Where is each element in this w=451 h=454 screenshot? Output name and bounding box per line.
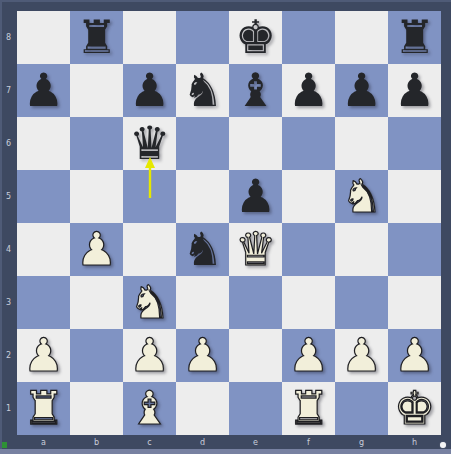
- square-b6[interactable]: [70, 117, 123, 170]
- piece-black-pawn[interactable]: ♟: [17, 64, 70, 117]
- status-indicator-green: [2, 442, 7, 448]
- file-label-f: f: [282, 436, 335, 448]
- square-e8[interactable]: ♚: [229, 11, 282, 64]
- piece-white-pawn[interactable]: ♟: [388, 329, 441, 382]
- board-frame: ♜♚♜♟♟♞♝♟♟♟♛♟♞♟♞♛♞♟♟♟♟♟♟♜♝♜♚ 87654321 abc…: [0, 0, 451, 454]
- rank-label-7: 7: [0, 64, 17, 117]
- square-c1[interactable]: ♝: [123, 382, 176, 435]
- square-c2[interactable]: ♟: [123, 329, 176, 382]
- square-f8[interactable]: [282, 11, 335, 64]
- square-g2[interactable]: ♟: [335, 329, 388, 382]
- square-a5[interactable]: [17, 170, 70, 223]
- square-h3[interactable]: [388, 276, 441, 329]
- square-g5[interactable]: ♞: [335, 170, 388, 223]
- rank-label-8: 8: [0, 11, 17, 64]
- square-b2[interactable]: [70, 329, 123, 382]
- file-label-g: g: [335, 436, 388, 448]
- rank-label-5: 5: [0, 170, 17, 223]
- square-b8[interactable]: ♜: [70, 11, 123, 64]
- square-b7[interactable]: [70, 64, 123, 117]
- square-f6[interactable]: [282, 117, 335, 170]
- square-e5[interactable]: ♟: [229, 170, 282, 223]
- square-h5[interactable]: [388, 170, 441, 223]
- square-g4[interactable]: [335, 223, 388, 276]
- square-f7[interactable]: ♟: [282, 64, 335, 117]
- piece-white-pawn[interactable]: ♟: [123, 329, 176, 382]
- rank-labels: 87654321: [0, 11, 17, 435]
- piece-black-knight[interactable]: ♞: [176, 64, 229, 117]
- rank-label-6: 6: [0, 117, 17, 170]
- file-label-d: d: [176, 436, 229, 448]
- square-h6[interactable]: [388, 117, 441, 170]
- piece-black-pawn[interactable]: ♟: [123, 64, 176, 117]
- side-to-move-indicator: [440, 442, 446, 448]
- piece-black-bishop[interactable]: ♝: [229, 64, 282, 117]
- square-c5[interactable]: [123, 170, 176, 223]
- rank-label-3: 3: [0, 276, 17, 329]
- square-h2[interactable]: ♟: [388, 329, 441, 382]
- square-a3[interactable]: [17, 276, 70, 329]
- piece-white-pawn[interactable]: ♟: [282, 329, 335, 382]
- chess-board: ♜♚♜♟♟♞♝♟♟♟♛♟♞♟♞♛♞♟♟♟♟♟♟♜♝♜♚: [17, 11, 441, 435]
- square-d8[interactable]: [176, 11, 229, 64]
- piece-white-pawn[interactable]: ♟: [335, 329, 388, 382]
- frame-bottom-edge: [0, 449, 451, 454]
- square-d2[interactable]: ♟: [176, 329, 229, 382]
- square-g7[interactable]: ♟: [335, 64, 388, 117]
- piece-white-rook[interactable]: ♜: [17, 382, 70, 435]
- piece-black-queen[interactable]: ♛: [123, 117, 176, 170]
- file-label-c: c: [123, 436, 176, 448]
- square-c6[interactable]: ♛: [123, 117, 176, 170]
- square-g1[interactable]: [335, 382, 388, 435]
- square-d7[interactable]: ♞: [176, 64, 229, 117]
- rank-label-1: 1: [0, 382, 17, 435]
- file-labels: abcdefgh: [17, 436, 441, 448]
- square-d1[interactable]: [176, 382, 229, 435]
- piece-black-pawn[interactable]: ♟: [335, 64, 388, 117]
- piece-white-pawn[interactable]: ♟: [176, 329, 229, 382]
- square-f3[interactable]: [282, 276, 335, 329]
- square-e7[interactable]: ♝: [229, 64, 282, 117]
- square-g6[interactable]: [335, 117, 388, 170]
- file-label-b: b: [70, 436, 123, 448]
- square-f2[interactable]: ♟: [282, 329, 335, 382]
- square-f5[interactable]: [282, 170, 335, 223]
- square-a2[interactable]: ♟: [17, 329, 70, 382]
- square-c8[interactable]: [123, 11, 176, 64]
- square-b4[interactable]: ♟: [70, 223, 123, 276]
- piece-black-rook[interactable]: ♜: [70, 11, 123, 64]
- square-e1[interactable]: [229, 382, 282, 435]
- piece-black-king[interactable]: ♚: [229, 11, 282, 64]
- square-c3[interactable]: ♞: [123, 276, 176, 329]
- piece-black-pawn[interactable]: ♟: [388, 64, 441, 117]
- square-b1[interactable]: [70, 382, 123, 435]
- piece-white-knight[interactable]: ♞: [123, 276, 176, 329]
- rank-label-2: 2: [0, 329, 17, 382]
- square-b5[interactable]: [70, 170, 123, 223]
- rank-label-4: 4: [0, 223, 17, 276]
- square-e6[interactable]: [229, 117, 282, 170]
- square-h7[interactable]: ♟: [388, 64, 441, 117]
- square-d3[interactable]: [176, 276, 229, 329]
- piece-white-knight[interactable]: ♞: [335, 170, 388, 223]
- square-d4[interactable]: ♞: [176, 223, 229, 276]
- square-d6[interactable]: [176, 117, 229, 170]
- square-a1[interactable]: ♜: [17, 382, 70, 435]
- file-label-h: h: [388, 436, 441, 448]
- piece-black-knight[interactable]: ♞: [176, 223, 229, 276]
- square-c4[interactable]: [123, 223, 176, 276]
- piece-white-pawn[interactable]: ♟: [17, 329, 70, 382]
- square-g3[interactable]: [335, 276, 388, 329]
- file-label-e: e: [229, 436, 282, 448]
- square-e3[interactable]: [229, 276, 282, 329]
- square-e2[interactable]: [229, 329, 282, 382]
- piece-white-king[interactable]: ♚: [388, 382, 441, 435]
- square-a7[interactable]: ♟: [17, 64, 70, 117]
- square-g8[interactable]: [335, 11, 388, 64]
- piece-black-rook[interactable]: ♜: [388, 11, 441, 64]
- square-a4[interactable]: [17, 223, 70, 276]
- file-label-a: a: [17, 436, 70, 448]
- square-h8[interactable]: ♜: [388, 11, 441, 64]
- piece-white-bishop[interactable]: ♝: [123, 382, 176, 435]
- square-b3[interactable]: [70, 276, 123, 329]
- piece-white-rook[interactable]: ♜: [282, 382, 335, 435]
- piece-black-pawn[interactable]: ♟: [282, 64, 335, 117]
- square-h4[interactable]: [388, 223, 441, 276]
- piece-white-pawn[interactable]: ♟: [70, 223, 123, 276]
- square-h1[interactable]: ♚: [388, 382, 441, 435]
- square-a6[interactable]: [17, 117, 70, 170]
- square-f1[interactable]: ♜: [282, 382, 335, 435]
- square-c7[interactable]: ♟: [123, 64, 176, 117]
- piece-black-pawn[interactable]: ♟: [229, 170, 282, 223]
- square-f4[interactable]: [282, 223, 335, 276]
- piece-white-queen[interactable]: ♛: [229, 223, 282, 276]
- square-e4[interactable]: ♛: [229, 223, 282, 276]
- square-d5[interactable]: [176, 170, 229, 223]
- square-a8[interactable]: [17, 11, 70, 64]
